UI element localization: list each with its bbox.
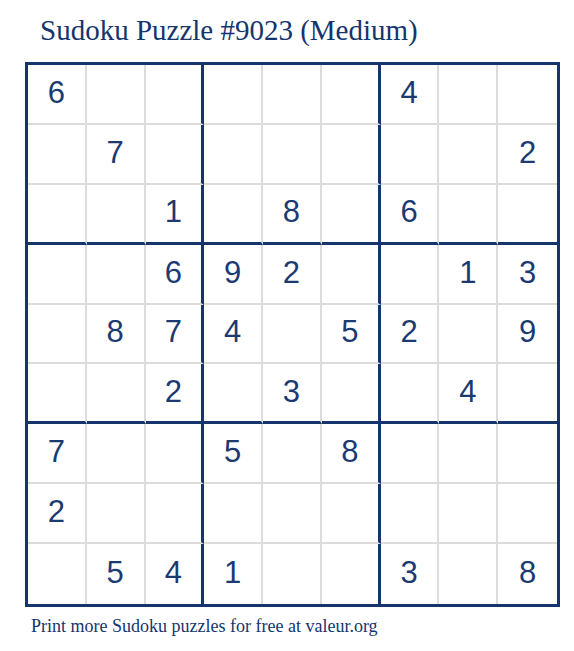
cell-r6c8[interactable]: 4 — [439, 364, 498, 424]
footer-text: Print more Sudoku puzzles for free at va… — [31, 616, 378, 637]
cell-r2c1[interactable] — [28, 125, 87, 185]
cell-r5c8[interactable] — [439, 305, 498, 365]
cell-r9c4[interactable]: 1 — [204, 544, 263, 604]
cell-r5c6[interactable]: 5 — [322, 305, 381, 365]
cell-r1c6[interactable] — [322, 65, 381, 125]
cell-r3c3[interactable]: 1 — [146, 185, 205, 245]
cell-r6c9[interactable] — [498, 364, 557, 424]
cell-r6c2[interactable] — [87, 364, 146, 424]
cell-r5c7[interactable]: 2 — [381, 305, 440, 365]
cell-r2c4[interactable] — [204, 125, 263, 185]
cell-r4c1[interactable] — [28, 245, 87, 305]
cell-r3c5[interactable]: 8 — [263, 185, 322, 245]
cell-r7c2[interactable] — [87, 424, 146, 484]
cell-r9c8[interactable] — [439, 544, 498, 604]
cell-r2c2[interactable]: 7 — [87, 125, 146, 185]
cell-r3c7[interactable]: 6 — [381, 185, 440, 245]
cell-r3c1[interactable] — [28, 185, 87, 245]
page-title: Sudoku Puzzle #9023 (Medium) — [40, 14, 418, 47]
cell-r7c5[interactable] — [263, 424, 322, 484]
cell-r4c8[interactable]: 1 — [439, 245, 498, 305]
cell-r5c9[interactable]: 9 — [498, 305, 557, 365]
cell-r5c3[interactable]: 7 — [146, 305, 205, 365]
cell-r6c3[interactable]: 2 — [146, 364, 205, 424]
cell-r8c5[interactable] — [263, 484, 322, 544]
cell-r9c7[interactable]: 3 — [381, 544, 440, 604]
cell-r3c8[interactable] — [439, 185, 498, 245]
cell-r9c9[interactable]: 8 — [498, 544, 557, 604]
sudoku-page: Sudoku Puzzle #9023 (Medium) 64721866921… — [0, 0, 574, 651]
cell-r6c4[interactable] — [204, 364, 263, 424]
cell-r2c7[interactable] — [381, 125, 440, 185]
cell-r4c2[interactable] — [87, 245, 146, 305]
cell-r9c3[interactable]: 4 — [146, 544, 205, 604]
cell-r8c7[interactable] — [381, 484, 440, 544]
cell-r1c4[interactable] — [204, 65, 263, 125]
cell-r6c1[interactable] — [28, 364, 87, 424]
cell-r1c5[interactable] — [263, 65, 322, 125]
cell-r6c7[interactable] — [381, 364, 440, 424]
cell-r4c6[interactable] — [322, 245, 381, 305]
cell-r8c2[interactable] — [87, 484, 146, 544]
cell-r7c7[interactable] — [381, 424, 440, 484]
cell-r9c2[interactable]: 5 — [87, 544, 146, 604]
cell-r6c6[interactable] — [322, 364, 381, 424]
cell-r1c1[interactable]: 6 — [28, 65, 87, 125]
cell-r1c9[interactable] — [498, 65, 557, 125]
cell-r4c7[interactable] — [381, 245, 440, 305]
cell-r6c5[interactable]: 3 — [263, 364, 322, 424]
cell-r1c3[interactable] — [146, 65, 205, 125]
sudoku-grid: 647218669213874529234758254138 — [25, 62, 560, 607]
cell-r5c4[interactable]: 4 — [204, 305, 263, 365]
cell-r5c2[interactable]: 8 — [87, 305, 146, 365]
cell-r2c5[interactable] — [263, 125, 322, 185]
cell-r7c8[interactable] — [439, 424, 498, 484]
cell-r7c4[interactable]: 5 — [204, 424, 263, 484]
cell-r8c8[interactable] — [439, 484, 498, 544]
cell-r8c6[interactable] — [322, 484, 381, 544]
cell-r3c6[interactable] — [322, 185, 381, 245]
cell-r9c5[interactable] — [263, 544, 322, 604]
cell-r8c4[interactable] — [204, 484, 263, 544]
cell-r7c6[interactable]: 8 — [322, 424, 381, 484]
cell-r4c9[interactable]: 3 — [498, 245, 557, 305]
cell-r1c8[interactable] — [439, 65, 498, 125]
cell-r2c3[interactable] — [146, 125, 205, 185]
cell-r4c5[interactable]: 2 — [263, 245, 322, 305]
cell-r9c6[interactable] — [322, 544, 381, 604]
cell-r4c3[interactable]: 6 — [146, 245, 205, 305]
cell-r3c2[interactable] — [87, 185, 146, 245]
cell-r7c1[interactable]: 7 — [28, 424, 87, 484]
cell-r8c1[interactable]: 2 — [28, 484, 87, 544]
cell-r4c4[interactable]: 9 — [204, 245, 263, 305]
cell-r2c6[interactable] — [322, 125, 381, 185]
cell-r1c7[interactable]: 4 — [381, 65, 440, 125]
cell-r5c5[interactable] — [263, 305, 322, 365]
cell-r8c3[interactable] — [146, 484, 205, 544]
cell-r5c1[interactable] — [28, 305, 87, 365]
cell-r2c8[interactable] — [439, 125, 498, 185]
cell-r2c9[interactable]: 2 — [498, 125, 557, 185]
cell-r3c4[interactable] — [204, 185, 263, 245]
cell-r3c9[interactable] — [498, 185, 557, 245]
cell-r7c9[interactable] — [498, 424, 557, 484]
cell-r8c9[interactable] — [498, 484, 557, 544]
cell-r9c1[interactable] — [28, 544, 87, 604]
cell-r7c3[interactable] — [146, 424, 205, 484]
cell-r1c2[interactable] — [87, 65, 146, 125]
